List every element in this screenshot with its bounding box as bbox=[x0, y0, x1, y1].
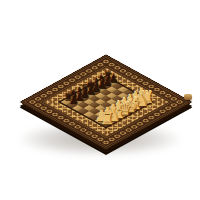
piece-white-rook[interactable]: ♜ bbox=[96, 112, 120, 126]
latch-knob bbox=[184, 94, 192, 100]
square-a1[interactable]: ♜ bbox=[100, 121, 111, 127]
chess-grid: ♜♞♝♛♚♝♞♜♟♟♟♟♟♟♟♟♟♟♟♟♟♟♟♟♜♞♝♛♚♝♞♜ bbox=[61, 77, 152, 127]
grid-separator: ♜♞♝♛♚♝♞♜♟♟♟♟♟♟♟♟♟♟♟♟♟♟♟♟♜♞♝♛♚♝♞♜ bbox=[58, 76, 154, 129]
photo-background: ♜♞♝♛♚♝♞♜♟♟♟♟♟♟♟♟♟♟♟♟♟♟♟♟♜♞♝♛♚♝♞♜ bbox=[0, 0, 200, 200]
